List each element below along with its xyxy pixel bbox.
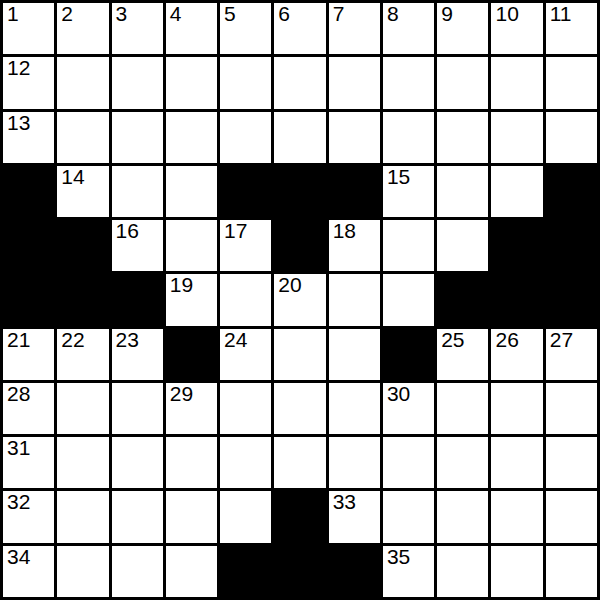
cell-2-4[interactable] — [220, 112, 271, 163]
cell-7-3[interactable]: 29 — [166, 383, 217, 434]
cell-9-7[interactable] — [383, 491, 434, 542]
cell-3-2[interactable] — [112, 166, 163, 217]
cell-9-10[interactable] — [546, 491, 597, 542]
cell-6-5[interactable] — [274, 329, 325, 380]
cell-8-0[interactable]: 31 — [3, 437, 54, 488]
cell-6-2[interactable]: 23 — [112, 329, 163, 380]
block-cell-10-6 — [329, 546, 380, 597]
clue-number-23: 23 — [116, 329, 139, 351]
clue-number-10: 10 — [495, 3, 518, 25]
block-cell-3-6 — [329, 166, 380, 217]
cell-10-8[interactable] — [437, 546, 488, 597]
cell-3-7[interactable]: 15 — [383, 166, 434, 217]
cell-2-10[interactable] — [546, 112, 597, 163]
cell-2-3[interactable] — [166, 112, 217, 163]
cell-0-6[interactable]: 7 — [329, 3, 380, 54]
clue-number-29: 29 — [170, 383, 193, 405]
cell-2-2[interactable] — [112, 112, 163, 163]
block-cell-3-5 — [274, 166, 325, 217]
clue-number-9: 9 — [441, 3, 453, 25]
block-cell-4-5 — [274, 220, 325, 271]
block-cell-5-10 — [546, 274, 597, 325]
clue-number-17: 17 — [224, 220, 247, 242]
cell-0-1[interactable]: 2 — [57, 3, 108, 54]
cell-8-1[interactable] — [57, 437, 108, 488]
cell-8-6[interactable] — [329, 437, 380, 488]
cell-2-0[interactable]: 13 — [3, 112, 54, 163]
block-cell-5-8 — [437, 274, 488, 325]
block-cell-5-1 — [57, 274, 108, 325]
cell-6-1[interactable]: 22 — [57, 329, 108, 380]
clue-number-19: 19 — [170, 274, 193, 296]
cell-7-10[interactable] — [546, 383, 597, 434]
cell-8-5[interactable] — [274, 437, 325, 488]
cell-6-4[interactable]: 24 — [220, 329, 271, 380]
clue-number-31: 31 — [7, 437, 30, 459]
cell-9-8[interactable] — [437, 491, 488, 542]
block-cell-10-4 — [220, 546, 271, 597]
clue-number-35: 35 — [387, 546, 410, 568]
cell-1-7[interactable] — [383, 57, 434, 108]
clue-number-1: 1 — [7, 3, 19, 25]
cell-1-9[interactable] — [491, 57, 542, 108]
cell-9-4[interactable] — [220, 491, 271, 542]
block-cell-4-1 — [57, 220, 108, 271]
clue-number-4: 4 — [170, 3, 182, 25]
cell-0-10[interactable]: 11 — [546, 3, 597, 54]
cell-3-1[interactable]: 14 — [57, 166, 108, 217]
block-cell-6-3 — [166, 329, 217, 380]
cell-8-8[interactable] — [437, 437, 488, 488]
cell-10-2[interactable] — [112, 546, 163, 597]
clue-number-28: 28 — [7, 383, 30, 405]
block-cell-6-7 — [383, 329, 434, 380]
clue-number-14: 14 — [61, 166, 84, 188]
cell-0-5[interactable]: 6 — [274, 3, 325, 54]
cell-4-2[interactable]: 16 — [112, 220, 163, 271]
cell-4-4[interactable]: 17 — [220, 220, 271, 271]
cell-7-6[interactable] — [329, 383, 380, 434]
cell-1-2[interactable] — [112, 57, 163, 108]
cell-0-7[interactable]: 8 — [383, 3, 434, 54]
clue-number-5: 5 — [224, 3, 236, 25]
cell-7-8[interactable] — [437, 383, 488, 434]
cell-8-2[interactable] — [112, 437, 163, 488]
cell-0-3[interactable]: 4 — [166, 3, 217, 54]
clue-number-26: 26 — [495, 329, 518, 351]
cell-1-3[interactable] — [166, 57, 217, 108]
clue-number-34: 34 — [7, 546, 30, 568]
clue-number-15: 15 — [387, 166, 410, 188]
cell-0-2[interactable]: 3 — [112, 3, 163, 54]
cell-6-9[interactable]: 26 — [491, 329, 542, 380]
cell-7-7[interactable]: 30 — [383, 383, 434, 434]
cell-9-6[interactable]: 33 — [329, 491, 380, 542]
cell-1-5[interactable] — [274, 57, 325, 108]
cell-2-9[interactable] — [491, 112, 542, 163]
cell-9-0[interactable]: 32 — [3, 491, 54, 542]
cell-8-7[interactable] — [383, 437, 434, 488]
cell-4-3[interactable] — [166, 220, 217, 271]
block-cell-3-10 — [546, 166, 597, 217]
cell-2-5[interactable] — [274, 112, 325, 163]
clue-number-8: 8 — [387, 3, 399, 25]
cell-9-2[interactable] — [112, 491, 163, 542]
cell-6-8[interactable]: 25 — [437, 329, 488, 380]
cell-1-8[interactable] — [437, 57, 488, 108]
cell-7-4[interactable] — [220, 383, 271, 434]
cell-10-1[interactable] — [57, 546, 108, 597]
clue-number-18: 18 — [333, 220, 356, 242]
cell-5-7[interactable] — [383, 274, 434, 325]
cell-5-6[interactable] — [329, 274, 380, 325]
cell-6-0[interactable]: 21 — [3, 329, 54, 380]
cell-10-9[interactable] — [491, 546, 542, 597]
clue-number-24: 24 — [224, 329, 247, 351]
cell-6-6[interactable] — [329, 329, 380, 380]
cell-2-8[interactable] — [437, 112, 488, 163]
cell-7-5[interactable] — [274, 383, 325, 434]
cell-7-1[interactable] — [57, 383, 108, 434]
cell-1-6[interactable] — [329, 57, 380, 108]
cell-9-1[interactable] — [57, 491, 108, 542]
block-cell-3-0 — [3, 166, 54, 217]
cell-5-4[interactable] — [220, 274, 271, 325]
cell-3-9[interactable] — [491, 166, 542, 217]
clue-number-13: 13 — [7, 112, 30, 134]
cell-4-8[interactable] — [437, 220, 488, 271]
block-cell-4-9 — [491, 220, 542, 271]
cell-10-7[interactable]: 35 — [383, 546, 434, 597]
block-cell-5-0 — [3, 274, 54, 325]
cell-9-3[interactable] — [166, 491, 217, 542]
clue-number-30: 30 — [387, 383, 410, 405]
crossword-grid: 1234567891011121314151617181920212223242… — [0, 0, 600, 600]
clue-number-16: 16 — [116, 220, 139, 242]
block-cell-4-10 — [546, 220, 597, 271]
cell-8-9[interactable] — [491, 437, 542, 488]
cell-3-8[interactable] — [437, 166, 488, 217]
cell-2-6[interactable] — [329, 112, 380, 163]
clue-number-6: 6 — [278, 3, 290, 25]
block-cell-4-0 — [3, 220, 54, 271]
cell-7-9[interactable] — [491, 383, 542, 434]
cell-10-3[interactable] — [166, 546, 217, 597]
cell-10-0[interactable]: 34 — [3, 546, 54, 597]
cell-8-10[interactable] — [546, 437, 597, 488]
clue-number-25: 25 — [441, 329, 464, 351]
cell-1-4[interactable] — [220, 57, 271, 108]
cell-3-3[interactable] — [166, 166, 217, 217]
cell-1-1[interactable] — [57, 57, 108, 108]
clue-number-22: 22 — [61, 329, 84, 351]
cell-8-4[interactable] — [220, 437, 271, 488]
clue-number-27: 27 — [550, 329, 573, 351]
cell-0-4[interactable]: 5 — [220, 3, 271, 54]
clue-number-32: 32 — [7, 491, 30, 513]
cell-7-2[interactable] — [112, 383, 163, 434]
cell-0-0[interactable]: 1 — [3, 3, 54, 54]
block-cell-3-4 — [220, 166, 271, 217]
cell-2-7[interactable] — [383, 112, 434, 163]
cell-4-7[interactable] — [383, 220, 434, 271]
cell-1-0[interactable]: 12 — [3, 57, 54, 108]
block-cell-5-9 — [491, 274, 542, 325]
clue-number-20: 20 — [278, 274, 301, 296]
clue-number-12: 12 — [7, 57, 30, 79]
clue-number-33: 33 — [333, 491, 356, 513]
cell-10-10[interactable] — [546, 546, 597, 597]
cell-1-10[interactable] — [546, 57, 597, 108]
clue-number-7: 7 — [333, 3, 345, 25]
cell-4-6[interactable]: 18 — [329, 220, 380, 271]
cell-2-1[interactable] — [57, 112, 108, 163]
clue-number-2: 2 — [61, 3, 73, 25]
cell-6-10[interactable]: 27 — [546, 329, 597, 380]
block-cell-9-5 — [274, 491, 325, 542]
cell-7-0[interactable]: 28 — [3, 383, 54, 434]
block-cell-5-2 — [112, 274, 163, 325]
cell-8-3[interactable] — [166, 437, 217, 488]
cell-0-8[interactable]: 9 — [437, 3, 488, 54]
cell-9-9[interactable] — [491, 491, 542, 542]
clue-number-21: 21 — [7, 329, 30, 351]
clue-number-3: 3 — [116, 3, 128, 25]
block-cell-10-5 — [274, 546, 325, 597]
cell-0-9[interactable]: 10 — [491, 3, 542, 54]
clue-number-11: 11 — [550, 3, 572, 25]
cell-5-3[interactable]: 19 — [166, 274, 217, 325]
cell-5-5[interactable]: 20 — [274, 274, 325, 325]
